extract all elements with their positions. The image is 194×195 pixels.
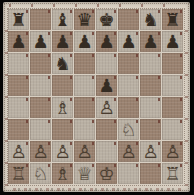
square-d2[interactable]: ♙ — [74, 141, 95, 162]
white-rook: ♖ — [164, 163, 180, 184]
square-b6[interactable] — [30, 53, 51, 74]
white-pawn: ♙ — [76, 141, 92, 162]
square-g3[interactable] — [140, 119, 161, 140]
square-a4[interactable] — [8, 97, 29, 118]
photo-background: ♜♝♛♚♞♜♟♟♟♟♟♟♟♟♞♟♗♙♘♙♙♙♙♙♙♙♖♘♗♕♔♖ — [0, 0, 194, 195]
black-pawn: ♟ — [32, 31, 48, 52]
square-e6[interactable] — [96, 53, 117, 74]
square-a2[interactable]: ♙ — [8, 141, 29, 162]
black-pawn: ♟ — [98, 31, 114, 52]
black-pawn: ♟ — [10, 31, 26, 52]
white-king: ♔ — [98, 163, 114, 184]
square-h8[interactable]: ♜ — [162, 9, 183, 30]
square-d7[interactable]: ♟ — [74, 31, 95, 52]
square-g5[interactable] — [140, 75, 161, 96]
white-knight: ♘ — [120, 119, 136, 140]
square-f6[interactable] — [118, 53, 139, 74]
square-h5[interactable] — [162, 75, 183, 96]
white-pawn: ♙ — [54, 141, 70, 162]
square-f4[interactable] — [118, 97, 139, 118]
square-d3[interactable] — [74, 119, 95, 140]
white-knight: ♘ — [32, 163, 48, 184]
black-pawn: ♟ — [98, 75, 114, 96]
square-c8[interactable]: ♝ — [52, 9, 73, 30]
top-margin-marks — [9, 4, 184, 7]
square-h7[interactable]: ♟ — [162, 31, 183, 52]
square-e3[interactable] — [96, 119, 117, 140]
stamp-sheet: ♜♝♛♚♞♜♟♟♟♟♟♟♟♟♞♟♗♙♘♙♙♙♙♙♙♙♖♘♗♕♔♖ — [3, 2, 190, 192]
black-rook: ♜ — [164, 9, 180, 30]
square-g2[interactable]: ♙ — [140, 141, 161, 162]
white-pawn: ♙ — [32, 141, 48, 162]
square-c6[interactable]: ♞ — [52, 53, 73, 74]
square-f5[interactable] — [118, 75, 139, 96]
black-pawn: ♟ — [54, 31, 70, 52]
square-f3[interactable]: ♘ — [118, 119, 139, 140]
white-pawn: ♙ — [142, 141, 158, 162]
square-c1[interactable]: ♗ — [52, 163, 73, 184]
square-a8[interactable]: ♜ — [8, 9, 29, 30]
square-g1[interactable] — [140, 163, 161, 184]
white-pawn: ♙ — [98, 97, 114, 118]
sheet-inscription-illegible — [13, 188, 181, 191]
white-pawn: ♙ — [120, 141, 136, 162]
square-h6[interactable] — [162, 53, 183, 74]
square-e5[interactable]: ♟ — [96, 75, 117, 96]
square-c4[interactable]: ♗ — [52, 97, 73, 118]
square-b4[interactable] — [30, 97, 51, 118]
white-pawn: ♙ — [164, 141, 180, 162]
square-g6[interactable] — [140, 53, 161, 74]
square-a6[interactable] — [8, 53, 29, 74]
black-bishop: ♝ — [54, 9, 70, 30]
white-queen: ♕ — [76, 163, 92, 184]
square-d5[interactable] — [74, 75, 95, 96]
square-b8[interactable] — [30, 9, 51, 30]
square-h3[interactable] — [162, 119, 183, 140]
white-bishop: ♗ — [54, 97, 70, 118]
square-e8[interactable]: ♚ — [96, 9, 117, 30]
square-h4[interactable] — [162, 97, 183, 118]
square-b1[interactable]: ♘ — [30, 163, 51, 184]
white-rook: ♖ — [10, 163, 26, 184]
square-h2[interactable]: ♙ — [162, 141, 183, 162]
black-queen: ♛ — [76, 9, 92, 30]
square-f2[interactable]: ♙ — [118, 141, 139, 162]
square-g4[interactable] — [140, 97, 161, 118]
board: ♜♝♛♚♞♜♟♟♟♟♟♟♟♟♞♟♗♙♘♙♙♙♙♙♙♙♖♘♗♕♔♖ — [8, 9, 183, 184]
square-f7[interactable]: ♟ — [118, 31, 139, 52]
square-f1[interactable] — [118, 163, 139, 184]
square-e7[interactable]: ♟ — [96, 31, 117, 52]
square-g8[interactable]: ♞ — [140, 9, 161, 30]
black-rook: ♜ — [10, 9, 26, 30]
black-pawn: ♟ — [142, 31, 158, 52]
black-knight: ♞ — [142, 9, 158, 30]
square-f8[interactable] — [118, 9, 139, 30]
square-a3[interactable] — [8, 119, 29, 140]
square-g7[interactable]: ♟ — [140, 31, 161, 52]
square-a5[interactable] — [8, 75, 29, 96]
square-h1[interactable]: ♖ — [162, 163, 183, 184]
white-pawn: ♙ — [10, 141, 26, 162]
square-e4[interactable]: ♙ — [96, 97, 117, 118]
square-e1[interactable]: ♔ — [96, 163, 117, 184]
square-c5[interactable] — [52, 75, 73, 96]
black-pawn: ♟ — [164, 31, 180, 52]
square-a7[interactable]: ♟ — [8, 31, 29, 52]
square-b7[interactable]: ♟ — [30, 31, 51, 52]
square-d4[interactable] — [74, 97, 95, 118]
square-c2[interactable]: ♙ — [52, 141, 73, 162]
square-b2[interactable]: ♙ — [30, 141, 51, 162]
square-d1[interactable]: ♕ — [74, 163, 95, 184]
square-d6[interactable] — [74, 53, 95, 74]
square-b5[interactable] — [30, 75, 51, 96]
square-b3[interactable] — [30, 119, 51, 140]
right-margin-marks — [185, 11, 188, 186]
square-a1[interactable]: ♖ — [8, 163, 29, 184]
square-d8[interactable]: ♛ — [74, 9, 95, 30]
black-pawn: ♟ — [120, 31, 136, 52]
square-c7[interactable]: ♟ — [52, 31, 73, 52]
black-knight: ♞ — [54, 53, 70, 74]
square-c3[interactable] — [52, 119, 73, 140]
square-e2[interactable] — [96, 141, 117, 162]
black-pawn: ♟ — [76, 31, 92, 52]
black-king: ♚ — [98, 9, 114, 30]
white-bishop: ♗ — [54, 163, 70, 184]
